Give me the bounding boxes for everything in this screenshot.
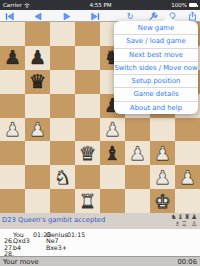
chess-piece[interactable]: ♛ [79,144,96,163]
board-square[interactable]: ♞ [50,165,75,189]
board-square[interactable]: ♟ [150,141,175,165]
rotate-board-icon[interactable]: ↻ [124,11,136,21]
carrier-label: Carrier [3,2,22,8]
board-square[interactable] [50,141,75,165]
board-square[interactable]: ♛ [75,141,100,165]
board-square[interactable] [25,189,50,213]
board-square[interactable] [25,94,50,118]
board-square[interactable]: ♟ [0,118,25,142]
board-square[interactable] [25,141,50,165]
board-square[interactable] [75,22,100,46]
move-row: 27.b4Bxe3+ [0,244,200,251]
chess-piece[interactable]: ♟ [29,48,46,67]
board-square[interactable] [0,22,25,46]
chess-piece[interactable]: ♚ [154,192,171,211]
board-square[interactable] [75,165,100,189]
move-row: 26.Qxd3Ne7 [0,237,200,244]
wifi-icon [24,3,30,8]
board-square[interactable] [175,141,200,165]
skip-to-end-icon[interactable] [89,11,101,21]
board-square[interactable] [25,22,50,46]
move-clock: 00:06 [177,258,197,266]
menu-items: New gameSave / load gameNext best moveSw… [114,21,198,114]
menu-item-next-best-move[interactable]: Next best move [114,48,198,61]
board-square[interactable] [50,94,75,118]
board-square[interactable] [100,165,125,189]
board-square[interactable] [0,94,25,118]
chess-piece[interactable]: ♟ [154,168,171,187]
chess-piece[interactable]: ♟ [154,144,171,163]
board-square[interactable]: ♛ [25,70,50,94]
board-square[interactable] [150,118,175,142]
move-list-header: You 01:20 Genius 01:15 [0,231,200,238]
board-square[interactable] [0,189,25,213]
opening-name: D23 Queen's gambit accepted [0,213,105,229]
board-square[interactable] [50,118,75,142]
status-footer: Your move 00:06 [0,256,200,266]
menu-item-game-details[interactable]: Game details [114,87,198,100]
opening-bar: D23 Queen's gambit accepted ♞♝♜♟ ♗♖ ♙ [0,213,200,229]
board-square[interactable] [175,118,200,142]
board-square[interactable]: ♜ [75,189,100,213]
board-square[interactable]: ♟ [0,46,25,70]
step-back-icon[interactable] [32,11,44,21]
chess-piece[interactable]: ♟ [4,48,21,67]
clock-label: 4:55 PM [89,2,111,8]
battery-percent: 100% [171,2,187,8]
board-square[interactable] [125,165,150,189]
turn-status-label: Your move [3,258,39,266]
captured-pieces-tray: ♞♝♜♟ ♗♖ ♙ [171,213,200,229]
skip-to-start-icon[interactable] [4,11,16,21]
board-square[interactable] [175,189,200,213]
chess-piece[interactable]: ♛ [29,72,46,91]
board-square[interactable] [50,46,75,70]
board-square[interactable] [25,165,50,189]
board-square[interactable] [75,94,100,118]
board-square[interactable] [50,70,75,94]
board-square[interactable] [75,46,100,70]
board-square[interactable]: ♟ [25,118,50,142]
board-square[interactable] [75,118,100,142]
chess-piece[interactable]: ♟ [29,120,46,139]
menu-item-switch-sides-move-now[interactable]: Switch sides / Move now [114,61,198,74]
board-square[interactable]: ♟ [175,165,200,189]
board-square[interactable] [50,189,75,213]
chess-piece[interactable]: ♞ [54,168,71,187]
board-square[interactable] [0,141,25,165]
board-square[interactable] [125,189,150,213]
board-square[interactable]: ♟ [125,141,150,165]
chess-piece[interactable]: ♝ [104,144,121,163]
menu-item-save-load-game[interactable]: Save / load game [114,34,198,47]
board-square[interactable]: ♟ [25,46,50,70]
board-square[interactable] [100,189,125,213]
chess-piece[interactable]: ♟ [129,144,146,163]
game-menu-popover: New gameSave / load gameNext best moveSw… [114,21,198,114]
tools-icon[interactable] [147,11,159,21]
battery-icon [189,3,197,7]
move-list: You 01:20 Genius 01:15 26.Qxd3Ne727.b4Bx… [0,229,200,256]
chess-piece[interactable]: ♜ [79,192,96,211]
board-square[interactable]: ♟ [100,118,125,142]
board-square[interactable]: ♚ [150,189,175,213]
board-square[interactable] [125,118,150,142]
step-forward-icon[interactable] [61,11,73,21]
chess-piece[interactable]: ♟ [104,120,121,139]
board-square[interactable] [75,70,100,94]
menu-item-setup-position[interactable]: Setup position [114,74,198,87]
board-square[interactable] [0,165,25,189]
captured-row-white: ♗♖ ♙ [171,221,198,228]
chess-piece[interactable]: ♟ [179,168,196,187]
board-square[interactable] [0,70,25,94]
board-square[interactable]: ♟ [150,165,175,189]
board-square[interactable] [50,22,75,46]
board-square[interactable]: ♝ [100,141,125,165]
menu-item-about-and-help[interactable]: About and help [114,101,198,114]
status-bar: Carrier 4:55 PM 100% [0,0,200,10]
share-icon[interactable] [186,11,198,21]
menu-item-new-game[interactable]: New game [114,21,198,34]
chess-piece[interactable]: ♟ [4,120,21,139]
